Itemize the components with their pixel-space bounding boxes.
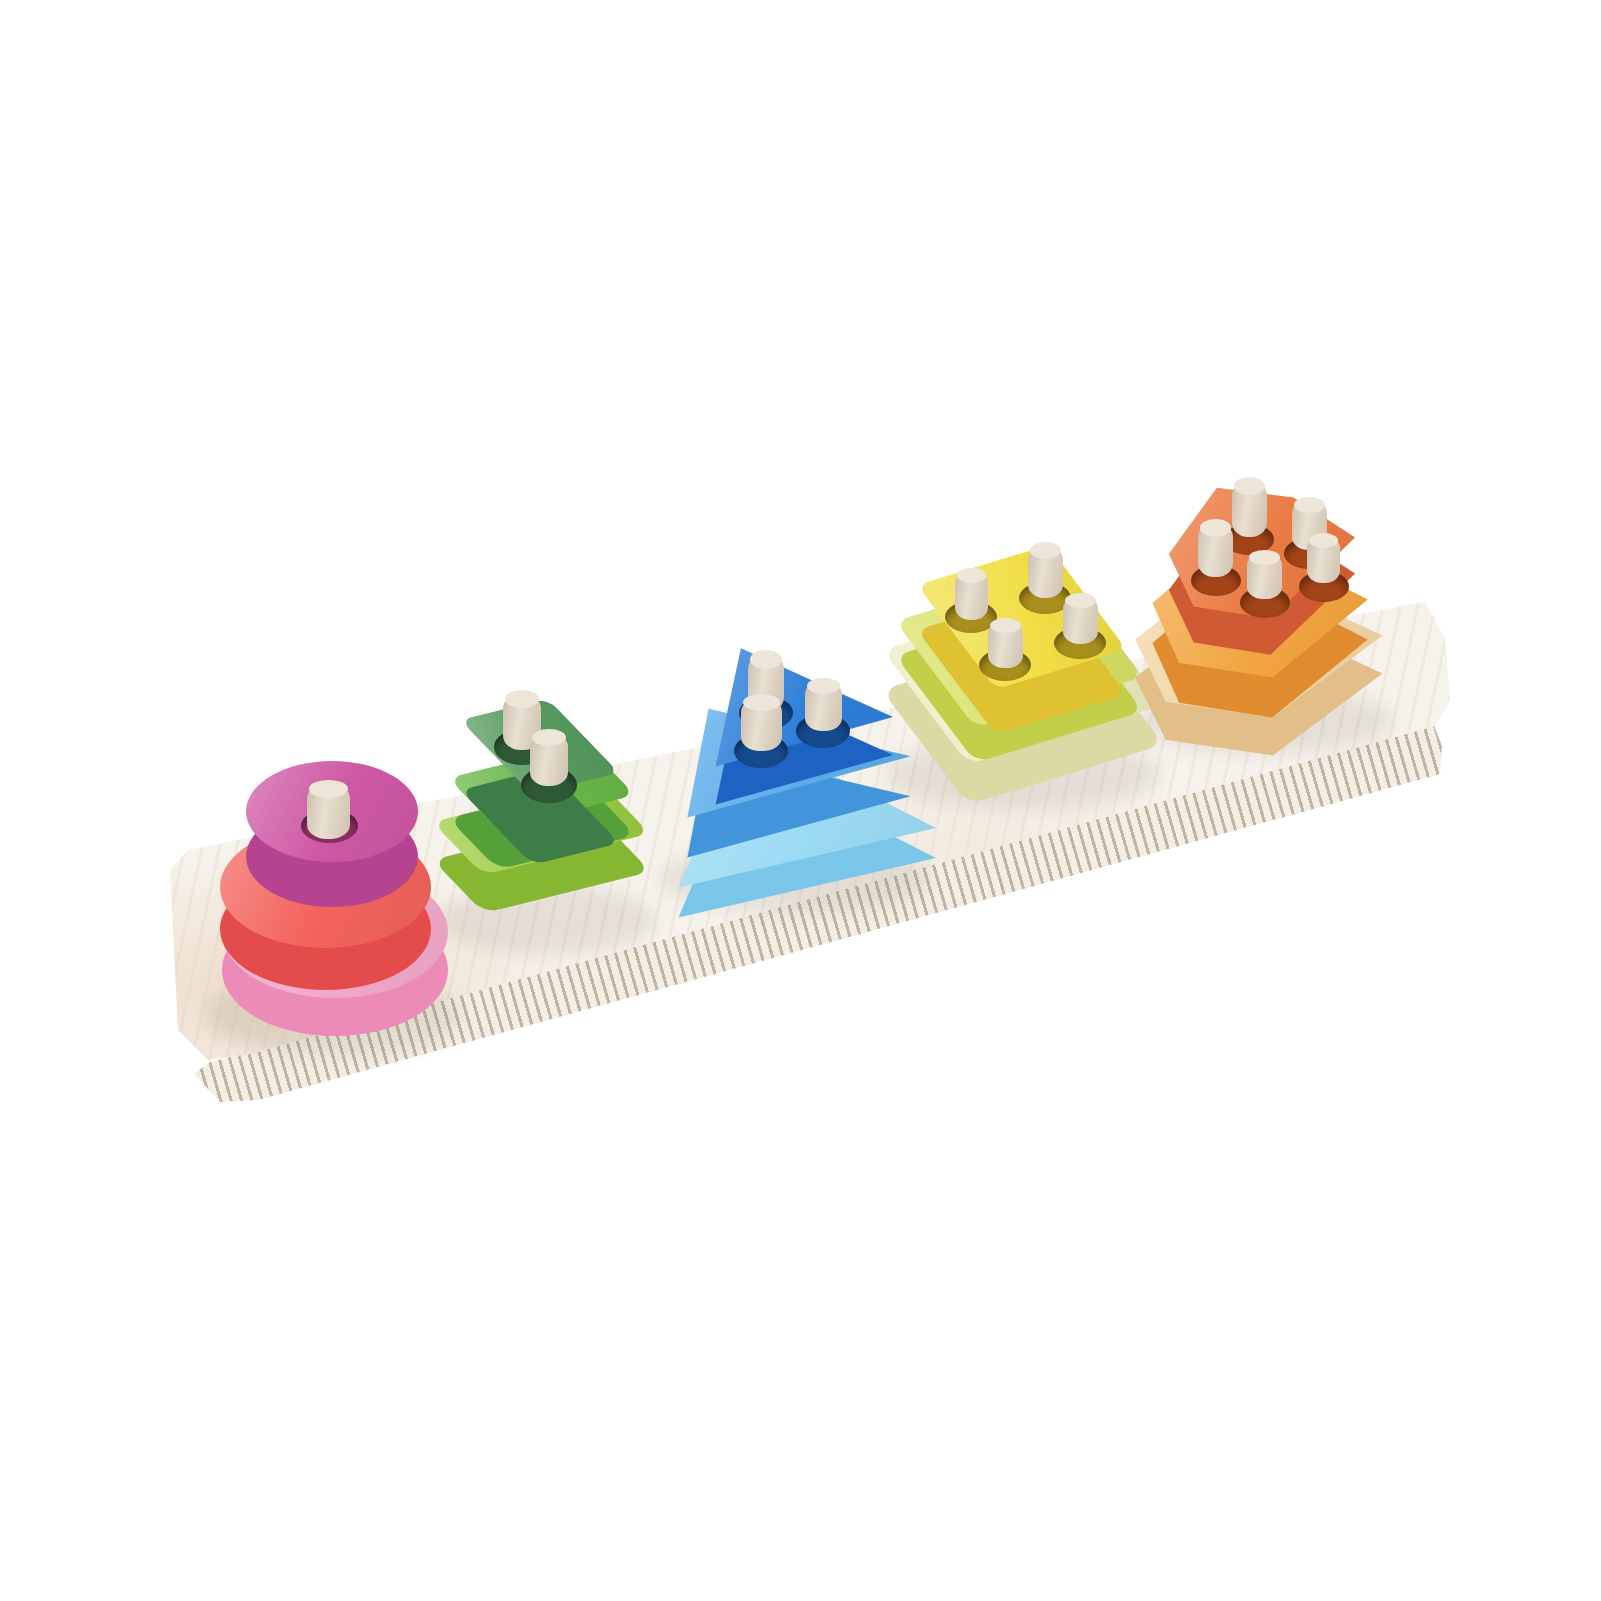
wooden-peg bbox=[988, 621, 1023, 668]
product-photo-stage bbox=[0, 0, 1601, 1601]
wooden-peg bbox=[1307, 536, 1340, 583]
shadow-under-rectangles bbox=[440, 885, 655, 955]
wooden-peg bbox=[530, 733, 568, 786]
wooden-peg bbox=[307, 784, 350, 839]
wooden-peg bbox=[1028, 546, 1063, 598]
wooden-peg bbox=[1063, 596, 1098, 644]
wooden-peg bbox=[805, 681, 842, 731]
wooden-peg bbox=[1247, 553, 1282, 599]
shadow-under-squares bbox=[885, 738, 1160, 810]
wooden-peg bbox=[741, 698, 782, 751]
wooden-peg bbox=[955, 571, 988, 620]
wooden-peg bbox=[1232, 481, 1267, 537]
wooden-peg bbox=[1198, 523, 1233, 577]
